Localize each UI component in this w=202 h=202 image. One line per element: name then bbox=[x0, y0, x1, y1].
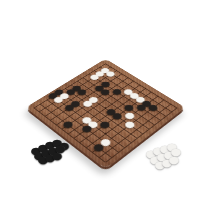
hoshi-point bbox=[139, 106, 142, 108]
go-set-photo: ●●●●●●●●●●●●●●●●●●●●●●●●●●●●●●●●●●●●● ●●… bbox=[0, 0, 202, 202]
black-stone-tray: ●●●●●●●●●●●● bbox=[26, 136, 74, 166]
tray-stone-black: ● bbox=[52, 153, 62, 159]
white-stone-tray: ●●●●●●●●●●● bbox=[140, 139, 188, 169]
hoshi-point bbox=[104, 132, 107, 134]
tray-stone-white: ● bbox=[169, 157, 179, 163]
hoshi-point bbox=[104, 83, 107, 85]
hoshi-point bbox=[68, 106, 71, 108]
